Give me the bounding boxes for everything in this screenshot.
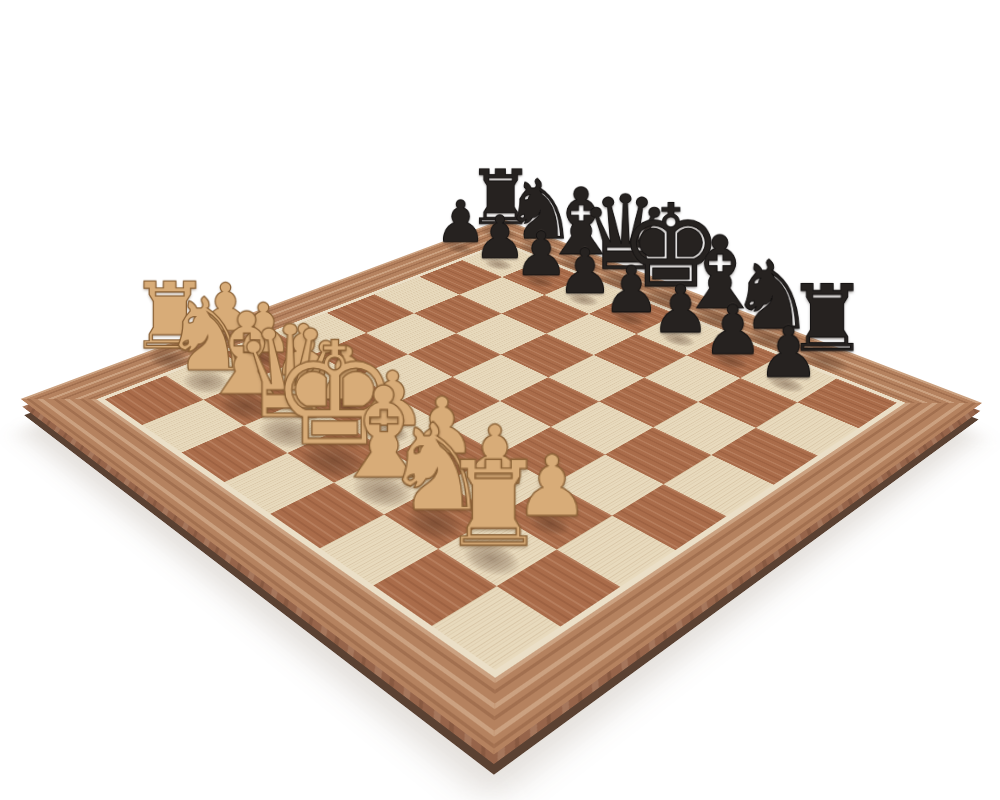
white-rook-glyph: ♜ (409, 449, 579, 561)
product-photo-scene: ♜♟♞♟♝♟♛♟♚♟♝♟♟♞♜♟♟♜♞♟♟♝♟♛♟♚♟♝♟♞♟♜ (0, 0, 1000, 800)
chess-board: ♜♟♞♟♝♟♛♟♚♟♝♟♟♞♜♟♟♜♞♟♟♝♟♛♟♚♟♝♟♞♟♜ (21, 219, 983, 755)
black-pawn-glyph: ♟ (720, 319, 857, 386)
